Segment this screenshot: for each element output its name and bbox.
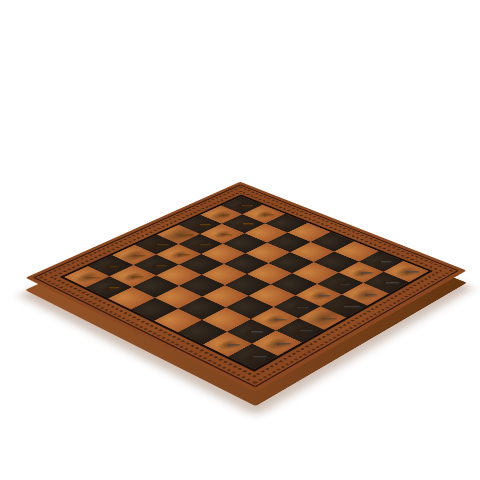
pawn-glyph: ♟ xyxy=(208,193,237,241)
piece-cast-shadow xyxy=(227,199,257,212)
square-d2: ♟ xyxy=(156,244,201,264)
pawn-glyph: ♟ xyxy=(164,213,194,262)
piece-cast-shadow xyxy=(251,209,276,220)
square-f1: ♝ xyxy=(179,215,222,234)
pawn-glyph: ♟ xyxy=(249,175,278,222)
square-e1: ♚ xyxy=(157,225,201,244)
piece-cast-shadow xyxy=(205,208,237,222)
piece-cast-shadow xyxy=(209,229,235,241)
square-e2: ♟ xyxy=(179,234,223,254)
square-f2: ♟ xyxy=(201,224,244,243)
chess-board: ♜♞♝♛♚♝♞♜♟♟♟♟♟♟♟♟♟♟♟♟♟♟♟♟♜♞♝♛♚♝♞♜ xyxy=(26,182,467,392)
square-d3 xyxy=(179,254,224,275)
pawn-glyph: ♟ xyxy=(229,184,258,232)
square-f3 xyxy=(223,233,267,253)
knight-glyph: ♞ xyxy=(203,165,239,224)
piece-cast-shadow xyxy=(154,224,204,246)
square-e3 xyxy=(201,243,246,263)
square-h3 xyxy=(265,214,308,233)
piece-cast-shadow xyxy=(183,217,218,232)
square-g2: ♟ xyxy=(222,214,265,233)
scene: ♜♞♝♛♚♝♞♜♟♟♟♟♟♟♟♟♟♟♟♟♟♟♟♟♜♞♝♛♚♝♞♜ xyxy=(0,0,480,480)
square-g3 xyxy=(244,223,287,242)
piece-cast-shadow xyxy=(231,219,257,230)
pawn-glyph: ♟ xyxy=(186,203,216,252)
square-h1: ♜ xyxy=(221,196,263,214)
rook-glyph: ♜ xyxy=(225,158,260,215)
square-h2: ♟ xyxy=(243,205,285,223)
piece-cast-shadow xyxy=(165,249,192,261)
king-glyph: ♚ xyxy=(151,157,207,249)
piece-cast-shadow xyxy=(188,239,214,251)
screenshot-root: ♜♞♝♛♚♝♞♜♟♟♟♟♟♟♟♟♟♟♟♟♟♟♟♟♜♞♝♛♚♝♞♜ xyxy=(0,0,480,480)
square-c3 xyxy=(156,265,202,286)
bishop-glyph: ♝ xyxy=(181,171,220,235)
square-g1: ♞ xyxy=(200,205,242,224)
